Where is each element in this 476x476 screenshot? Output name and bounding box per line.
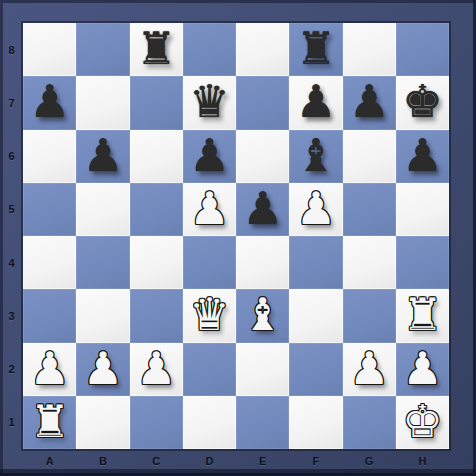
- piece-black-pawn[interactable]: ♟: [242, 186, 282, 231]
- square-a6[interactable]: [23, 130, 76, 183]
- square-c3[interactable]: [130, 289, 183, 342]
- piece-white-queen[interactable]: ♛: [189, 292, 229, 337]
- rank-label-2: 2: [0, 343, 23, 396]
- rank-label-3: 3: [0, 289, 23, 342]
- square-g8[interactable]: [343, 23, 396, 76]
- piece-black-rook[interactable]: ♜: [296, 26, 336, 71]
- file-label-d: D: [183, 449, 236, 472]
- piece-black-bishop[interactable]: ♝: [296, 133, 336, 178]
- square-e6[interactable]: [236, 130, 289, 183]
- square-g6[interactable]: [343, 130, 396, 183]
- square-h7[interactable]: ♚: [396, 76, 449, 129]
- file-label-c: C: [130, 449, 183, 472]
- square-b4[interactable]: [76, 236, 129, 289]
- piece-white-pawn[interactable]: ♟: [29, 346, 69, 391]
- square-d2[interactable]: [183, 343, 236, 396]
- square-c7[interactable]: [130, 76, 183, 129]
- square-a5[interactable]: [23, 183, 76, 236]
- square-d6[interactable]: ♟: [183, 130, 236, 183]
- piece-white-king[interactable]: ♚: [402, 399, 442, 444]
- square-b3[interactable]: [76, 289, 129, 342]
- piece-white-pawn[interactable]: ♟: [189, 186, 229, 231]
- square-f8[interactable]: ♜: [289, 23, 342, 76]
- rank-label-4: 4: [0, 236, 23, 289]
- square-c1[interactable]: [130, 396, 183, 449]
- rank-label-7: 7: [0, 76, 23, 129]
- square-b7[interactable]: [76, 76, 129, 129]
- square-e5[interactable]: ♟: [236, 183, 289, 236]
- piece-white-pawn[interactable]: ♟: [349, 346, 389, 391]
- square-c5[interactable]: [130, 183, 183, 236]
- square-c6[interactable]: [130, 130, 183, 183]
- square-g1[interactable]: [343, 396, 396, 449]
- square-d5[interactable]: ♟: [183, 183, 236, 236]
- square-b2[interactable]: ♟: [76, 343, 129, 396]
- square-f1[interactable]: [289, 396, 342, 449]
- square-c8[interactable]: ♜: [130, 23, 183, 76]
- piece-white-rook[interactable]: ♜: [29, 399, 69, 444]
- square-f4[interactable]: [289, 236, 342, 289]
- square-b8[interactable]: [76, 23, 129, 76]
- square-h5[interactable]: [396, 183, 449, 236]
- square-g7[interactable]: ♟: [343, 76, 396, 129]
- square-e4[interactable]: [236, 236, 289, 289]
- file-label-h: H: [396, 449, 449, 472]
- square-c4[interactable]: [130, 236, 183, 289]
- square-d7[interactable]: ♛: [183, 76, 236, 129]
- square-a7[interactable]: ♟: [23, 76, 76, 129]
- rank-labels: 87654321: [0, 23, 23, 449]
- square-f5[interactable]: ♟: [289, 183, 342, 236]
- square-f2[interactable]: [289, 343, 342, 396]
- piece-black-king[interactable]: ♚: [402, 79, 442, 124]
- piece-white-pawn[interactable]: ♟: [296, 186, 336, 231]
- file-label-e: E: [236, 449, 289, 472]
- square-d4[interactable]: [183, 236, 236, 289]
- square-b5[interactable]: [76, 183, 129, 236]
- square-e8[interactable]: [236, 23, 289, 76]
- piece-white-bishop[interactable]: ♝: [242, 292, 282, 337]
- file-label-b: B: [76, 449, 129, 472]
- piece-black-pawn[interactable]: ♟: [189, 133, 229, 178]
- square-e3[interactable]: ♝: [236, 289, 289, 342]
- rank-label-5: 5: [0, 183, 23, 236]
- rank-label-8: 8: [0, 23, 23, 76]
- piece-black-rook[interactable]: ♜: [136, 26, 176, 71]
- square-g5[interactable]: [343, 183, 396, 236]
- square-f7[interactable]: ♟: [289, 76, 342, 129]
- square-e7[interactable]: [236, 76, 289, 129]
- square-b6[interactable]: ♟: [76, 130, 129, 183]
- rank-label-6: 6: [0, 130, 23, 183]
- square-d1[interactable]: [183, 396, 236, 449]
- square-a4[interactable]: [23, 236, 76, 289]
- square-a1[interactable]: ♜: [23, 396, 76, 449]
- square-d8[interactable]: [183, 23, 236, 76]
- square-h8[interactable]: [396, 23, 449, 76]
- square-b1[interactable]: [76, 396, 129, 449]
- square-d3[interactable]: ♛: [183, 289, 236, 342]
- piece-black-pawn[interactable]: ♟: [402, 133, 442, 178]
- square-g3[interactable]: [343, 289, 396, 342]
- square-a2[interactable]: ♟: [23, 343, 76, 396]
- square-h6[interactable]: ♟: [396, 130, 449, 183]
- file-label-g: G: [343, 449, 396, 472]
- piece-black-pawn[interactable]: ♟: [83, 133, 123, 178]
- square-h3[interactable]: ♜: [396, 289, 449, 342]
- piece-white-rook[interactable]: ♜: [402, 292, 442, 337]
- piece-white-pawn[interactable]: ♟: [402, 346, 442, 391]
- square-h4[interactable]: [396, 236, 449, 289]
- piece-black-pawn[interactable]: ♟: [29, 79, 69, 124]
- square-f6[interactable]: ♝: [289, 130, 342, 183]
- piece-black-queen[interactable]: ♛: [189, 79, 229, 124]
- file-labels: ABCDEFGH: [23, 449, 449, 472]
- square-g4[interactable]: [343, 236, 396, 289]
- piece-white-pawn[interactable]: ♟: [83, 346, 123, 391]
- chess-diagram: 87654321 ♜♜♟♛♟♟♚♟♟♝♟♟♟♟♛♝♜♟♟♟♟♟♜♚ ABCDEF…: [0, 0, 476, 476]
- square-h1[interactable]: ♚: [396, 396, 449, 449]
- piece-black-pawn[interactable]: ♟: [349, 79, 389, 124]
- board: ♜♜♟♛♟♟♚♟♟♝♟♟♟♟♛♝♜♟♟♟♟♟♜♚: [23, 23, 449, 449]
- square-g2[interactable]: ♟: [343, 343, 396, 396]
- rank-label-1: 1: [0, 396, 23, 449]
- piece-black-pawn[interactable]: ♟: [296, 79, 336, 124]
- square-h2[interactable]: ♟: [396, 343, 449, 396]
- square-c2[interactable]: ♟: [130, 343, 183, 396]
- square-a8[interactable]: [23, 23, 76, 76]
- piece-white-pawn[interactable]: ♟: [136, 346, 176, 391]
- square-e1[interactable]: [236, 396, 289, 449]
- square-a3[interactable]: [23, 289, 76, 342]
- file-label-f: F: [289, 449, 342, 472]
- file-label-a: A: [23, 449, 76, 472]
- square-f3[interactable]: [289, 289, 342, 342]
- square-e2[interactable]: [236, 343, 289, 396]
